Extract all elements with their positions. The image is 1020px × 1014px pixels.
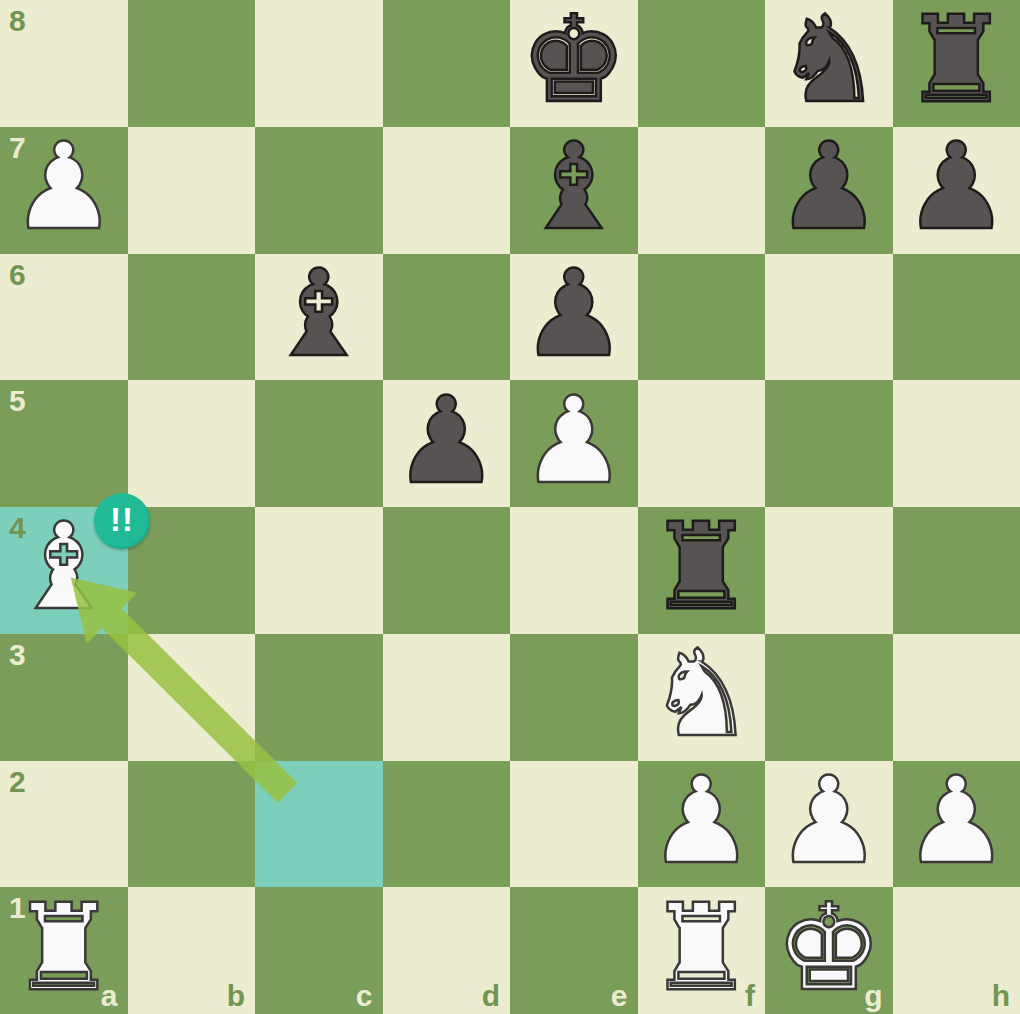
- square-e7[interactable]: ♝: [510, 127, 638, 254]
- square-f6[interactable]: [638, 254, 766, 381]
- square-a4[interactable]: 4♝: [0, 507, 128, 634]
- square-c5[interactable]: [255, 380, 383, 507]
- square-d3[interactable]: [383, 634, 511, 761]
- square-h2[interactable]: ♟: [893, 761, 1020, 888]
- rank-label-3: 3: [9, 640, 26, 670]
- square-g8[interactable]: ♞: [765, 0, 893, 127]
- piece-black-pawn-d5[interactable]: ♟: [383, 380, 511, 507]
- square-a5[interactable]: 5: [0, 380, 128, 507]
- square-f5[interactable]: [638, 380, 766, 507]
- square-c1[interactable]: c: [255, 887, 383, 1014]
- file-label-d: d: [482, 981, 500, 1011]
- piece-white-pawn-e5[interactable]: ♟: [510, 380, 638, 507]
- square-d6[interactable]: [383, 254, 511, 381]
- square-b2[interactable]: [128, 761, 256, 888]
- piece-white-pawn-a7[interactable]: ♟: [0, 127, 128, 254]
- square-d7[interactable]: [383, 127, 511, 254]
- square-a6[interactable]: 6: [0, 254, 128, 381]
- square-b8[interactable]: [128, 0, 256, 127]
- square-f8[interactable]: [638, 0, 766, 127]
- file-label-e: e: [611, 981, 628, 1011]
- piece-white-pawn-g2[interactable]: ♟: [765, 761, 893, 888]
- square-g4[interactable]: [765, 507, 893, 634]
- square-g1[interactable]: g♚: [765, 887, 893, 1014]
- square-h3[interactable]: [893, 634, 1020, 761]
- square-b7[interactable]: [128, 127, 256, 254]
- square-a3[interactable]: 3: [0, 634, 128, 761]
- square-h8[interactable]: ♜: [893, 0, 1020, 127]
- rank-label-2: 2: [9, 767, 26, 797]
- square-d8[interactable]: [383, 0, 511, 127]
- square-c7[interactable]: [255, 127, 383, 254]
- square-a7[interactable]: 7♟: [0, 127, 128, 254]
- square-f1[interactable]: f♜: [638, 887, 766, 1014]
- piece-black-rook-f4[interactable]: ♜: [638, 507, 766, 634]
- piece-black-pawn-g7[interactable]: ♟: [765, 127, 893, 254]
- square-e8[interactable]: ♚: [510, 0, 638, 127]
- file-label-c: c: [356, 981, 373, 1011]
- square-h7[interactable]: ♟: [893, 127, 1020, 254]
- piece-black-bishop-e7[interactable]: ♝: [510, 127, 638, 254]
- piece-black-knight-g8[interactable]: ♞: [765, 0, 893, 127]
- square-f3[interactable]: ♞: [638, 634, 766, 761]
- square-d1[interactable]: d: [383, 887, 511, 1014]
- piece-black-bishop-c6[interactable]: ♝: [255, 254, 383, 381]
- square-f7[interactable]: [638, 127, 766, 254]
- piece-white-bishop-a4[interactable]: ♝: [0, 507, 128, 634]
- file-label-b: b: [227, 981, 245, 1011]
- square-e1[interactable]: e: [510, 887, 638, 1014]
- square-g2[interactable]: ♟: [765, 761, 893, 888]
- square-g7[interactable]: ♟: [765, 127, 893, 254]
- square-h6[interactable]: [893, 254, 1020, 381]
- square-c2[interactable]: [255, 761, 383, 888]
- square-c6[interactable]: ♝: [255, 254, 383, 381]
- piece-white-pawn-f2[interactable]: ♟: [638, 761, 766, 888]
- square-h4[interactable]: [893, 507, 1020, 634]
- square-h1[interactable]: h: [893, 887, 1020, 1014]
- square-d5[interactable]: ♟: [383, 380, 511, 507]
- file-label-h: h: [992, 981, 1010, 1011]
- square-e3[interactable]: [510, 634, 638, 761]
- square-c8[interactable]: [255, 0, 383, 127]
- piece-white-knight-f3[interactable]: ♞: [638, 634, 766, 761]
- square-f2[interactable]: ♟: [638, 761, 766, 888]
- rank-label-5: 5: [9, 386, 26, 416]
- square-b3[interactable]: [128, 634, 256, 761]
- rank-label-8: 8: [9, 6, 26, 36]
- piece-white-rook-f1[interactable]: ♜: [638, 887, 766, 1014]
- piece-white-king-g1[interactable]: ♚: [765, 887, 893, 1014]
- square-e4[interactable]: [510, 507, 638, 634]
- square-d4[interactable]: [383, 507, 511, 634]
- square-f4[interactable]: ♜: [638, 507, 766, 634]
- square-a2[interactable]: 2: [0, 761, 128, 888]
- piece-white-pawn-h2[interactable]: ♟: [893, 761, 1020, 888]
- square-h5[interactable]: [893, 380, 1020, 507]
- square-g3[interactable]: [765, 634, 893, 761]
- square-b5[interactable]: [128, 380, 256, 507]
- square-a1[interactable]: 1a♜: [0, 887, 128, 1014]
- square-c3[interactable]: [255, 634, 383, 761]
- square-b4[interactable]: [128, 507, 256, 634]
- piece-black-pawn-h7[interactable]: ♟: [893, 127, 1020, 254]
- square-d2[interactable]: [383, 761, 511, 888]
- square-g5[interactable]: [765, 380, 893, 507]
- piece-white-rook-a1[interactable]: ♜: [0, 887, 128, 1014]
- square-e5[interactable]: ♟: [510, 380, 638, 507]
- piece-black-pawn-e6[interactable]: ♟: [510, 254, 638, 381]
- rank-label-6: 6: [9, 260, 26, 290]
- square-b6[interactable]: [128, 254, 256, 381]
- square-e6[interactable]: ♟: [510, 254, 638, 381]
- piece-black-king-e8[interactable]: ♚: [510, 0, 638, 127]
- chess-board: 8♚♞♜7♟♝♟♟6♝♟5♟♟4♝♜3♞2♟♟♟1a♜bcdef♜g♚h: [0, 0, 1020, 1014]
- square-c4[interactable]: [255, 507, 383, 634]
- square-g6[interactable]: [765, 254, 893, 381]
- piece-black-rook-h8[interactable]: ♜: [893, 0, 1020, 127]
- square-a8[interactable]: 8: [0, 0, 128, 127]
- square-e2[interactable]: [510, 761, 638, 888]
- square-b1[interactable]: b: [128, 887, 256, 1014]
